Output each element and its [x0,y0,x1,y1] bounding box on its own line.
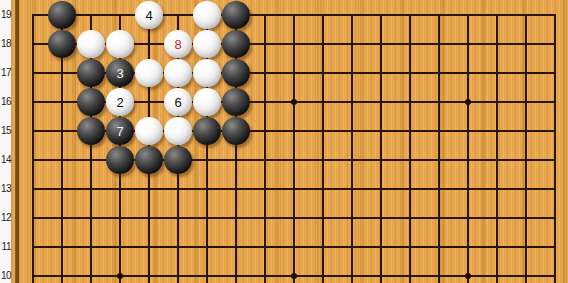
stone-E19[interactable]: 4 [135,1,163,29]
stone-F17[interactable] [164,59,192,87]
row-coordinate-label: 10 [0,270,11,282]
row-coordinate-label: 18 [0,38,11,50]
grid-line-row-12 [32,217,556,219]
grid-line-row-11 [32,246,556,248]
go-board-screenshot: 483267 19181716151413121110 [0,0,568,283]
stone-E14[interactable] [135,146,163,174]
grid-line-row-19 [32,14,556,16]
grid-line-col-17 [496,14,498,283]
grid-line-col-19 [554,14,556,283]
star-point-Q10 [465,273,471,279]
grid-line-col-14 [409,14,411,283]
stone-G19[interactable] [193,1,221,29]
grid-line-col-11 [322,14,324,283]
move-number-6: 6 [174,96,181,109]
grid-line-col-1 [32,14,34,283]
grid-line-col-16 [467,14,469,283]
stone-C18[interactable] [77,30,105,58]
move-number-4: 4 [145,9,152,22]
stone-F18[interactable]: 8 [164,30,192,58]
move-number-7: 7 [116,125,123,138]
stone-G15[interactable] [193,117,221,145]
row-coordinate-label: 12 [0,212,11,224]
star-point-Q16 [465,99,471,105]
stone-C15[interactable] [77,117,105,145]
board-edge-stripe [15,0,19,283]
stone-D14[interactable] [106,146,134,174]
stone-H18[interactable] [222,30,250,58]
row-coordinate-label: 17 [0,67,11,79]
stone-C17[interactable] [77,59,105,87]
row-coordinate-label: 19 [0,9,11,21]
move-number-3: 3 [116,67,123,80]
row-coordinate-label: 15 [0,125,11,137]
row-coordinate-label: 13 [0,183,11,195]
grid-line-col-12 [351,14,353,283]
stone-H15[interactable] [222,117,250,145]
stone-H19[interactable] [222,1,250,29]
stone-H17[interactable] [222,59,250,87]
row-coordinate-label: 14 [0,154,11,166]
stone-H16[interactable] [222,88,250,116]
grid-line-col-15 [438,14,440,283]
stone-C16[interactable] [77,88,105,116]
stone-F16[interactable]: 6 [164,88,192,116]
stone-G18[interactable] [193,30,221,58]
stone-E17[interactable] [135,59,163,87]
stone-G17[interactable] [193,59,221,87]
stone-E15[interactable] [135,117,163,145]
star-point-K16 [291,99,297,105]
star-point-D10 [117,273,123,279]
stone-D15[interactable]: 7 [106,117,134,145]
stone-G16[interactable] [193,88,221,116]
row-coordinates-strip: 19181716151413121110 [0,0,11,283]
stone-B18[interactable] [48,30,76,58]
stone-F14[interactable] [164,146,192,174]
grid-line-row-13 [32,188,556,190]
move-number-2: 2 [116,96,123,109]
stone-D16[interactable]: 2 [106,88,134,116]
move-number-8: 8 [174,38,181,51]
grid-line-col-13 [380,14,382,283]
grid-line-col-18 [525,14,527,283]
grid-line-col-9 [264,14,266,283]
stone-F15[interactable] [164,117,192,145]
row-coordinate-label: 16 [0,96,11,108]
stone-B19[interactable] [48,1,76,29]
stone-D18[interactable] [106,30,134,58]
grid-line-col-10 [293,14,295,283]
row-coordinate-label: 11 [0,241,11,253]
star-point-K10 [291,273,297,279]
stone-D17[interactable]: 3 [106,59,134,87]
